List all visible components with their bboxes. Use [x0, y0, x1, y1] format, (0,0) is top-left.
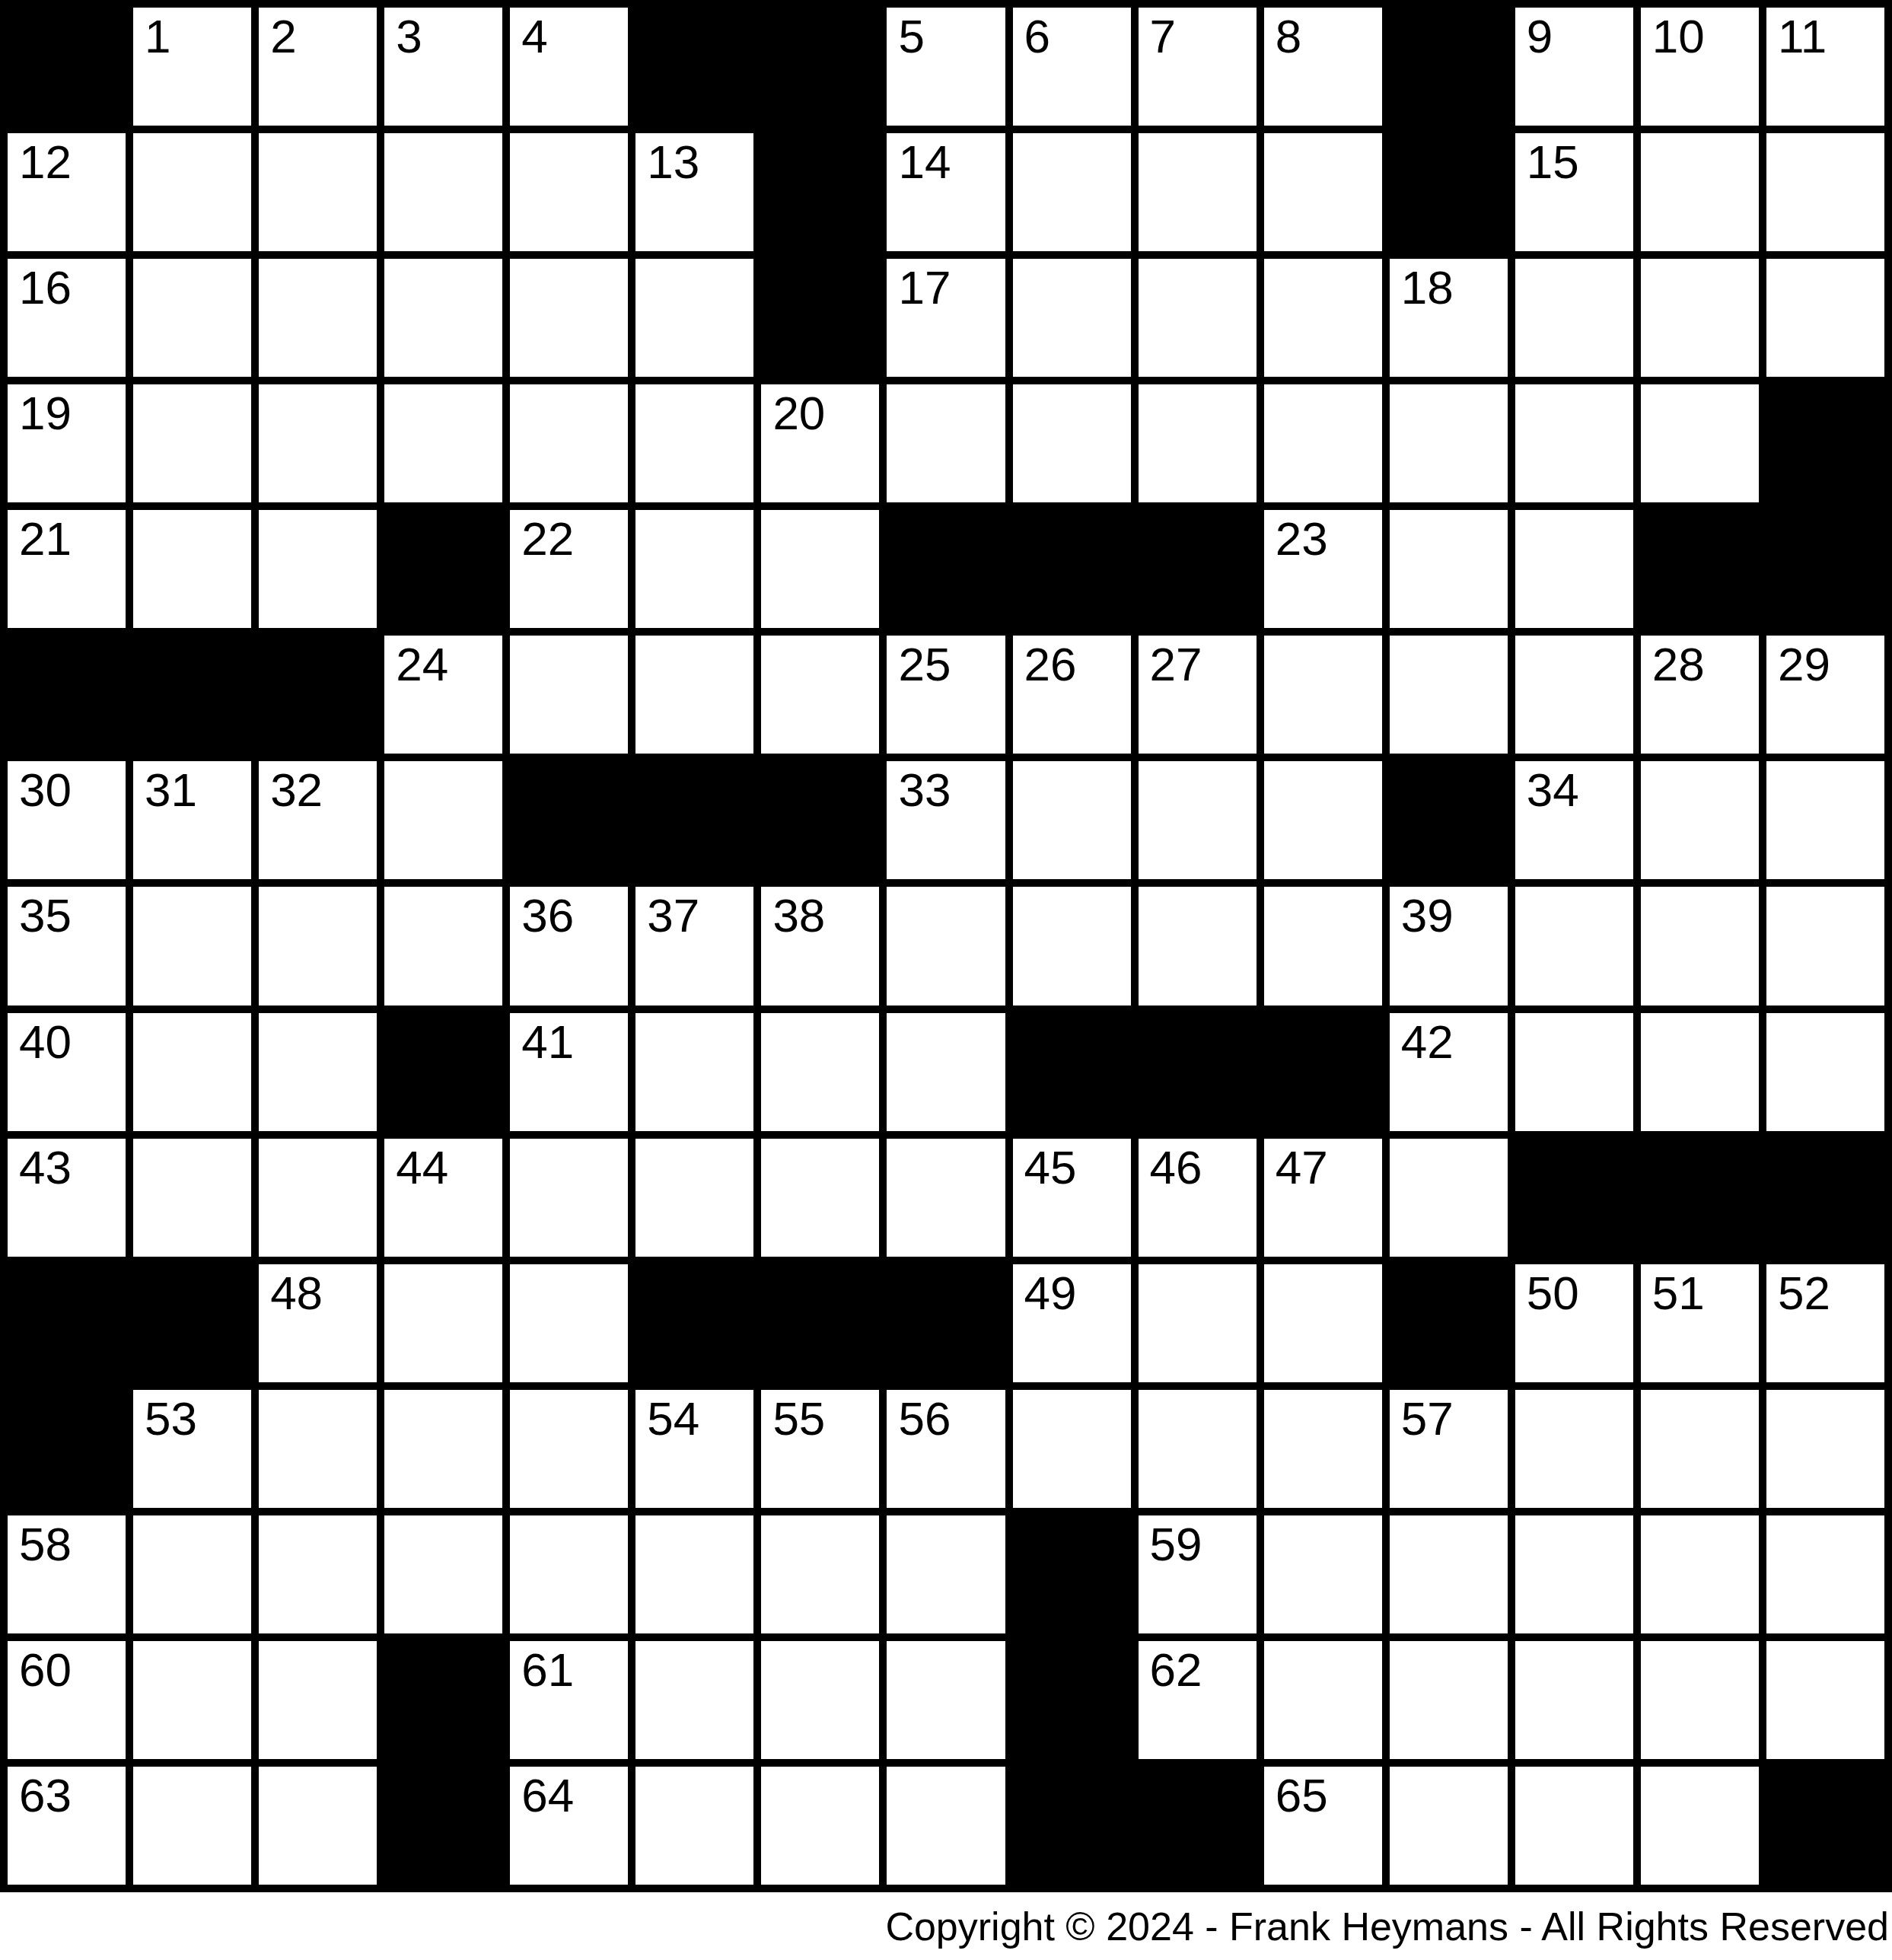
letter-cell[interactable]	[635, 636, 753, 754]
block-cell	[1139, 1767, 1257, 1885]
clue-number: 37	[647, 892, 699, 939]
clue-number: 40	[19, 1018, 72, 1066]
footer: Copyright © 2024 - Frank Heymans - All R…	[0, 1892, 1892, 1960]
letter-cell[interactable]: 48	[259, 1264, 377, 1382]
block-cell	[887, 1264, 1005, 1382]
clue-number: 65	[1276, 1772, 1328, 1819]
clue-number: 62	[1150, 1646, 1202, 1694]
block-cell	[8, 1264, 126, 1382]
block-cell	[8, 1390, 126, 1508]
block-cell	[887, 510, 1005, 628]
letter-cell[interactable]	[1013, 1390, 1131, 1508]
letter-cell[interactable]	[1264, 1390, 1382, 1508]
letter-cell[interactable]	[1641, 1767, 1759, 1885]
letter-cell[interactable]: 25	[887, 636, 1005, 754]
letter-cell[interactable]	[1139, 1264, 1257, 1382]
letter-cell[interactable]: 35	[8, 887, 126, 1005]
letter-cell[interactable]	[259, 1767, 377, 1885]
letter-cell[interactable]	[1766, 887, 1884, 1005]
block-cell	[761, 1264, 879, 1382]
letter-cell[interactable]: 26	[1013, 636, 1131, 754]
block-cell	[133, 1264, 251, 1382]
letter-cell[interactable]	[1515, 259, 1633, 377]
block-cell	[384, 510, 502, 628]
letter-cell[interactable]: 10	[1641, 8, 1759, 126]
letter-cell[interactable]	[1641, 1390, 1759, 1508]
letter-cell[interactable]	[384, 133, 502, 251]
letter-cell[interactable]	[1013, 887, 1131, 1005]
letter-cell[interactable]	[635, 1013, 753, 1131]
clue-number: 6	[1024, 13, 1050, 60]
block-cell	[259, 636, 377, 754]
block-cell	[1390, 761, 1508, 879]
letter-cell[interactable]: 2	[259, 8, 377, 126]
letter-cell[interactable]: 58	[8, 1515, 126, 1633]
letter-cell[interactable]	[133, 1641, 251, 1759]
clue-number: 59	[1150, 1521, 1202, 1568]
letter-cell[interactable]: 36	[510, 887, 628, 1005]
clue-number: 50	[1527, 1270, 1579, 1317]
letter-cell[interactable]	[133, 887, 251, 1005]
letter-cell[interactable]	[1515, 384, 1633, 502]
letter-cell[interactable]	[761, 1013, 879, 1131]
crossword-board: 1234567891011121314151617181920212223242…	[0, 0, 1892, 1892]
clue-number: 56	[898, 1395, 951, 1442]
letter-cell[interactable]	[1013, 384, 1131, 502]
letter-cell[interactable]: 3	[384, 8, 502, 126]
letter-cell[interactable]: 19	[8, 384, 126, 502]
letter-cell[interactable]	[1766, 133, 1884, 251]
letter-cell[interactable]	[1139, 133, 1257, 251]
letter-cell[interactable]	[1013, 133, 1131, 251]
clue-number: 44	[396, 1144, 448, 1191]
letter-cell[interactable]	[1264, 259, 1382, 377]
clue-number: 49	[1024, 1270, 1077, 1317]
letter-cell[interactable]	[761, 1139, 879, 1257]
block-cell	[384, 1767, 502, 1885]
letter-cell[interactable]	[887, 1515, 1005, 1633]
letter-cell[interactable]: 65	[1264, 1767, 1382, 1885]
letter-cell[interactable]	[259, 1013, 377, 1131]
letter-cell[interactable]: 53	[133, 1390, 251, 1508]
clue-number: 35	[19, 892, 72, 939]
clue-number: 1	[145, 13, 170, 60]
letter-cell[interactable]: 34	[1515, 761, 1633, 879]
clue-number: 32	[270, 766, 323, 814]
letter-cell[interactable]	[510, 133, 628, 251]
letter-cell[interactable]: 45	[1013, 1139, 1131, 1257]
clue-number: 10	[1652, 13, 1705, 60]
letter-cell[interactable]	[887, 887, 1005, 1005]
letter-cell[interactable]	[1766, 1390, 1884, 1508]
letter-cell[interactable]: 13	[635, 133, 753, 251]
letter-cell[interactable]: 4	[510, 8, 628, 126]
letter-cell[interactable]: 54	[635, 1390, 753, 1508]
block-cell	[510, 761, 628, 879]
letter-cell[interactable]	[384, 1390, 502, 1508]
block-cell	[761, 761, 879, 879]
clue-number: 31	[145, 766, 197, 814]
letter-cell[interactable]	[259, 1515, 377, 1633]
block-cell	[8, 8, 126, 126]
letter-cell[interactable]	[1641, 1641, 1759, 1759]
letter-cell[interactable]	[887, 1641, 1005, 1759]
letter-cell[interactable]: 57	[1390, 1390, 1508, 1508]
clue-number: 39	[1401, 892, 1454, 939]
clue-number: 3	[396, 13, 422, 60]
block-cell	[1515, 1139, 1633, 1257]
clue-number: 42	[1401, 1018, 1454, 1066]
letter-cell[interactable]	[1390, 1767, 1508, 1885]
letter-cell[interactable]: 41	[510, 1013, 628, 1131]
clue-number: 41	[521, 1018, 574, 1066]
letter-cell[interactable]	[1641, 887, 1759, 1005]
letter-cell[interactable]	[1766, 1641, 1884, 1759]
letter-cell[interactable]	[384, 887, 502, 1005]
letter-cell[interactable]: 51	[1641, 1264, 1759, 1382]
letter-cell[interactable]: 1	[133, 8, 251, 126]
block-cell	[1390, 8, 1508, 126]
letter-cell[interactable]: 64	[510, 1767, 628, 1885]
clue-number: 12	[19, 139, 72, 186]
block-cell	[635, 761, 753, 879]
letter-cell[interactable]: 43	[8, 1139, 126, 1257]
letter-cell[interactable]	[510, 636, 628, 754]
letter-cell[interactable]: 38	[761, 887, 879, 1005]
clue-number: 2	[270, 13, 296, 60]
block-cell	[1139, 1013, 1257, 1131]
letter-cell[interactable]	[133, 259, 251, 377]
letter-cell[interactable]	[384, 1515, 502, 1633]
letter-cell[interactable]	[1515, 1515, 1633, 1633]
letter-cell[interactable]	[761, 1515, 879, 1633]
clue-number: 34	[1527, 766, 1579, 814]
letter-cell[interactable]	[133, 133, 251, 251]
clue-number: 28	[1652, 641, 1705, 688]
letter-cell[interactable]: 24	[384, 636, 502, 754]
clue-number: 33	[898, 766, 951, 814]
letter-cell[interactable]	[1139, 1390, 1257, 1508]
letter-cell[interactable]: 11	[1766, 8, 1884, 126]
block-cell	[384, 1641, 502, 1759]
block-cell	[761, 133, 879, 251]
letter-cell[interactable]	[384, 1264, 502, 1382]
letter-cell[interactable]	[1515, 1767, 1633, 1885]
clue-number: 30	[19, 766, 72, 814]
clue-number: 19	[19, 390, 72, 437]
clue-number: 52	[1778, 1270, 1830, 1317]
letter-cell[interactable]: 42	[1390, 1013, 1508, 1131]
letter-cell[interactable]	[1139, 259, 1257, 377]
letter-cell[interactable]	[1390, 1139, 1508, 1257]
clue-number: 25	[898, 641, 951, 688]
letter-cell[interactable]: 49	[1013, 1264, 1131, 1382]
letter-cell[interactable]: 14	[887, 133, 1005, 251]
letter-cell[interactable]	[1641, 761, 1759, 879]
letter-cell[interactable]: 50	[1515, 1264, 1633, 1382]
letter-cell[interactable]: 16	[8, 259, 126, 377]
block-cell	[1641, 510, 1759, 628]
letter-cell[interactable]: 29	[1766, 636, 1884, 754]
clue-number: 58	[19, 1521, 72, 1568]
letter-cell[interactable]	[133, 1013, 251, 1131]
block-cell	[1139, 510, 1257, 628]
clue-number: 4	[521, 13, 547, 60]
letter-cell[interactable]	[1515, 1013, 1633, 1131]
letter-cell[interactable]	[510, 259, 628, 377]
block-cell	[133, 636, 251, 754]
letter-cell[interactable]	[761, 510, 879, 628]
clue-number: 23	[1276, 515, 1328, 563]
letter-cell[interactable]	[1641, 1515, 1759, 1633]
clue-number: 26	[1024, 641, 1077, 688]
letter-cell[interactable]	[133, 1515, 251, 1633]
letter-cell[interactable]: 21	[8, 510, 126, 628]
letter-cell[interactable]: 5	[887, 8, 1005, 126]
clue-number: 29	[1778, 641, 1830, 688]
letter-cell[interactable]	[133, 510, 251, 628]
clue-number: 63	[19, 1772, 72, 1819]
letter-cell[interactable]: 27	[1139, 636, 1257, 754]
clue-number: 8	[1276, 13, 1301, 60]
letter-cell[interactable]	[133, 384, 251, 502]
letter-cell[interactable]	[761, 1767, 879, 1885]
letter-cell[interactable]	[887, 1013, 1005, 1131]
block-cell	[1013, 1013, 1131, 1131]
letter-cell[interactable]	[887, 1139, 1005, 1257]
letter-cell[interactable]	[1641, 259, 1759, 377]
letter-cell[interactable]: 59	[1139, 1515, 1257, 1633]
letter-cell[interactable]	[1766, 259, 1884, 377]
clue-number: 51	[1652, 1270, 1705, 1317]
letter-cell[interactable]: 55	[761, 1390, 879, 1508]
letter-cell[interactable]	[259, 1390, 377, 1508]
clue-number: 38	[772, 892, 825, 939]
letter-cell[interactable]	[1515, 1641, 1633, 1759]
block-cell	[384, 1013, 502, 1131]
letter-cell[interactable]: 32	[259, 761, 377, 879]
clue-number: 61	[521, 1646, 574, 1694]
letter-cell[interactable]	[259, 1139, 377, 1257]
letter-cell[interactable]	[1641, 384, 1759, 502]
letter-cell[interactable]	[259, 384, 377, 502]
block-cell	[1766, 1139, 1884, 1257]
letter-cell[interactable]	[510, 1139, 628, 1257]
clue-number: 55	[772, 1395, 825, 1442]
clue-number: 15	[1527, 139, 1579, 186]
letter-cell[interactable]	[1264, 887, 1382, 1005]
block-cell	[1013, 510, 1131, 628]
letter-cell[interactable]: 60	[8, 1641, 126, 1759]
letter-cell[interactable]	[635, 1767, 753, 1885]
letter-cell[interactable]	[1013, 761, 1131, 879]
letter-cell[interactable]: 12	[8, 133, 126, 251]
letter-cell[interactable]	[1390, 636, 1508, 754]
letter-cell[interactable]	[133, 1767, 251, 1885]
letter-cell[interactable]	[635, 384, 753, 502]
letter-cell[interactable]	[635, 1641, 753, 1759]
letter-cell[interactable]: 61	[510, 1641, 628, 1759]
letter-cell[interactable]	[1264, 1264, 1382, 1382]
block-cell	[1641, 1139, 1759, 1257]
clue-number: 45	[1024, 1144, 1077, 1191]
letter-cell[interactable]	[1390, 510, 1508, 628]
clue-number: 60	[19, 1646, 72, 1694]
letter-cell[interactable]: 33	[887, 761, 1005, 879]
letter-cell[interactable]	[1641, 133, 1759, 251]
letter-cell[interactable]	[384, 259, 502, 377]
letter-cell[interactable]: 62	[1139, 1641, 1257, 1759]
block-cell	[761, 8, 879, 126]
letter-cell[interactable]	[384, 761, 502, 879]
letter-cell[interactable]	[1515, 887, 1633, 1005]
letter-cell[interactable]: 8	[1264, 8, 1382, 126]
letter-cell[interactable]: 15	[1515, 133, 1633, 251]
letter-cell[interactable]: 39	[1390, 887, 1508, 1005]
letter-cell[interactable]	[1390, 384, 1508, 502]
letter-cell[interactable]	[259, 259, 377, 377]
clue-number: 9	[1527, 13, 1553, 60]
letter-cell[interactable]	[635, 510, 753, 628]
letter-cell[interactable]: 46	[1139, 1139, 1257, 1257]
letter-cell[interactable]: 47	[1264, 1139, 1382, 1257]
letter-cell[interactable]: 28	[1641, 636, 1759, 754]
letter-cell[interactable]: 56	[887, 1390, 1005, 1508]
letter-cell[interactable]	[1264, 761, 1382, 879]
clue-number: 48	[270, 1270, 323, 1317]
letter-cell[interactable]: 37	[635, 887, 753, 1005]
letter-cell[interactable]	[1139, 761, 1257, 879]
letter-cell[interactable]: 44	[384, 1139, 502, 1257]
letter-cell[interactable]: 23	[1264, 510, 1382, 628]
letter-cell[interactable]: 17	[887, 259, 1005, 377]
block-cell	[1264, 1013, 1382, 1131]
letter-cell[interactable]	[259, 133, 377, 251]
letter-cell[interactable]: 52	[1766, 1264, 1884, 1382]
letter-cell[interactable]: 63	[8, 1767, 126, 1885]
block-cell	[1013, 1767, 1131, 1885]
clue-number: 18	[1401, 264, 1454, 311]
letter-cell[interactable]	[1766, 1515, 1884, 1633]
letter-cell[interactable]	[761, 636, 879, 754]
letter-cell[interactable]	[635, 1139, 753, 1257]
letter-cell[interactable]: 20	[761, 384, 879, 502]
letter-cell[interactable]: 18	[1390, 259, 1508, 377]
clue-number: 36	[521, 892, 574, 939]
block-cell	[1013, 1515, 1131, 1633]
letter-cell[interactable]	[1766, 761, 1884, 879]
block-cell	[1390, 1264, 1508, 1382]
letter-cell[interactable]	[133, 1139, 251, 1257]
clue-number: 11	[1778, 13, 1827, 60]
letter-cell[interactable]: 22	[510, 510, 628, 628]
clue-number: 22	[521, 515, 574, 563]
clue-number: 64	[521, 1772, 574, 1819]
letter-cell[interactable]	[1264, 1515, 1382, 1633]
letter-cell[interactable]	[1264, 384, 1382, 502]
clue-number: 7	[1150, 13, 1176, 60]
letter-cell[interactable]	[510, 384, 628, 502]
block-cell	[1766, 510, 1884, 628]
clue-number: 5	[898, 13, 924, 60]
letter-cell[interactable]	[1264, 133, 1382, 251]
letter-cell[interactable]	[510, 1390, 628, 1508]
clue-number: 13	[647, 139, 699, 186]
letter-cell[interactable]	[1264, 1641, 1382, 1759]
crossword-page: 1234567891011121314151617181920212223242…	[0, 0, 1892, 1960]
clue-number: 57	[1401, 1395, 1454, 1442]
clue-number: 24	[396, 641, 448, 688]
letter-cell[interactable]: 40	[8, 1013, 126, 1131]
clue-number: 47	[1276, 1144, 1328, 1191]
letter-cell[interactable]	[1013, 259, 1131, 377]
block-cell	[8, 636, 126, 754]
letter-cell[interactable]	[259, 510, 377, 628]
block-cell	[761, 259, 879, 377]
letter-cell[interactable]	[1390, 1641, 1508, 1759]
letter-cell[interactable]: 7	[1139, 8, 1257, 126]
clue-number: 53	[145, 1395, 197, 1442]
clue-number: 14	[898, 139, 951, 186]
block-cell	[635, 8, 753, 126]
clue-number: 46	[1150, 1144, 1202, 1191]
letter-cell[interactable]	[510, 1515, 628, 1633]
letter-cell[interactable]	[1139, 887, 1257, 1005]
letter-cell[interactable]: 31	[133, 761, 251, 879]
clue-number: 21	[19, 515, 72, 563]
clue-number: 17	[898, 264, 951, 311]
letter-cell[interactable]	[259, 887, 377, 1005]
copyright-text: Copyright © 2024 - Frank Heymans - All R…	[885, 1904, 1889, 1949]
letter-cell[interactable]	[1515, 636, 1633, 754]
letter-cell[interactable]	[1139, 384, 1257, 502]
letter-cell[interactable]: 30	[8, 761, 126, 879]
letter-cell[interactable]	[761, 1641, 879, 1759]
letter-cell[interactable]	[1515, 510, 1633, 628]
letter-cell[interactable]	[635, 259, 753, 377]
letter-cell[interactable]	[635, 1515, 753, 1633]
block-cell	[1390, 133, 1508, 251]
letter-cell[interactable]	[1390, 1515, 1508, 1633]
letter-cell[interactable]: 6	[1013, 8, 1131, 126]
letter-cell[interactable]	[384, 384, 502, 502]
clue-number: 54	[647, 1395, 699, 1442]
letter-cell[interactable]	[1641, 1013, 1759, 1131]
block-cell	[1766, 1767, 1884, 1885]
clue-number: 20	[772, 390, 825, 437]
letter-cell[interactable]	[510, 1264, 628, 1382]
letter-cell[interactable]: 9	[1515, 8, 1633, 126]
clue-number: 16	[19, 264, 72, 311]
block-cell	[1013, 1641, 1131, 1759]
letter-cell[interactable]	[1264, 636, 1382, 754]
letter-cell[interactable]	[259, 1641, 377, 1759]
letter-cell[interactable]	[1766, 1013, 1884, 1131]
block-cell	[635, 1264, 753, 1382]
block-cell	[1766, 384, 1884, 502]
letter-cell[interactable]	[887, 384, 1005, 502]
clue-number: 27	[1150, 641, 1202, 688]
letter-cell[interactable]	[887, 1767, 1005, 1885]
letter-cell[interactable]	[1515, 1390, 1633, 1508]
clue-number: 43	[19, 1144, 72, 1191]
